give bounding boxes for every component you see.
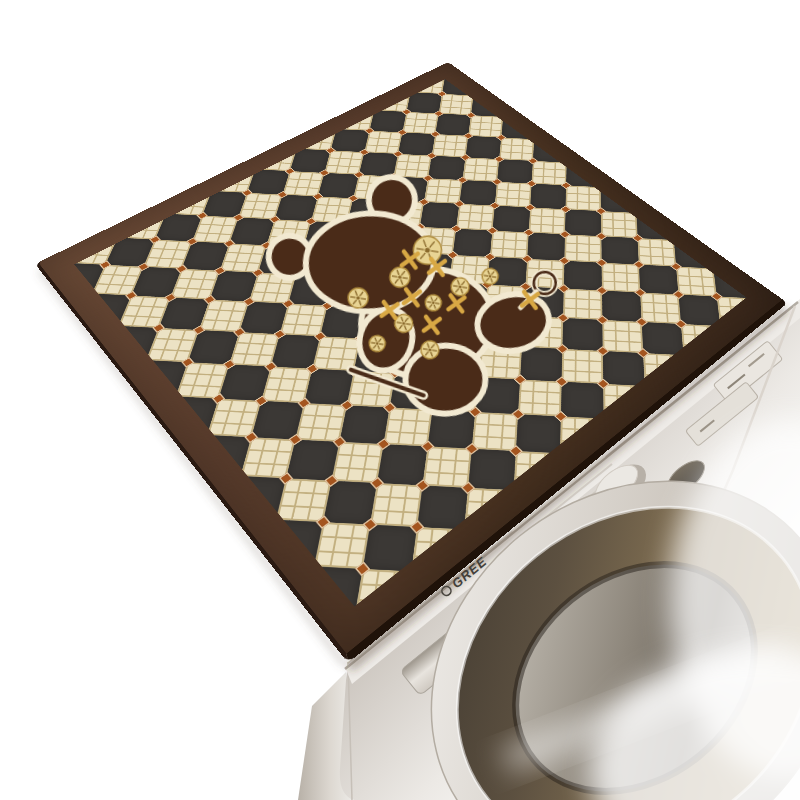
gold-medallion [481,267,499,285]
board-cell-cream [560,417,604,456]
board-cell-cream [411,527,464,574]
board-cell-dark [602,351,644,386]
board-cell-cream [601,263,640,293]
tile-corner-dot [597,413,610,424]
bear-foot [405,345,486,414]
board-cell-cream [602,320,643,353]
board-cell-cream [370,483,422,527]
tile-corner-dot [677,350,690,360]
board-cell-cream [422,447,471,488]
board-cell-cream [640,293,681,324]
teddy-bear-graphic [230,127,590,454]
board-cell-dark [304,567,362,607]
board-cell-cream [643,353,686,388]
tile-corner-dot [85,289,97,298]
board-cell-dark [639,265,679,295]
board-cell-cream [681,324,724,357]
tile-corner-dot [638,381,651,392]
board-cell-dark [377,444,428,485]
tile-corner-dot [139,355,152,365]
board-cell-cream [716,297,746,329]
tile-corner-dot [403,565,418,579]
board-cell-dark [560,382,603,419]
board-cell-cream [603,384,646,421]
board-cell-dark [601,236,639,264]
board-cell-dark [562,318,602,351]
tile-corner-dot [714,322,726,332]
board-cell-dark [636,213,674,240]
tile-corner-dot [200,429,214,441]
board-cell-dark [533,139,567,162]
tile-corner-dot [506,484,520,497]
tile-corner-dot [111,321,124,331]
board-cell-dark [501,117,535,139]
board-cell-dark [468,449,516,490]
board-cell-cream [561,349,603,384]
tile-corner-dot [553,448,567,460]
board-cell-dark [435,114,471,136]
tile-corner-dot [456,523,471,537]
board-cell-dark [471,96,505,117]
board-cell-cream [601,211,638,238]
board-cell-dark [417,486,468,530]
board-cell-cream [637,238,676,266]
board-cell-dark [602,291,642,322]
board-cell-dark [600,187,636,213]
tile-corner-dot [169,391,182,402]
board-cell-dark [465,136,501,159]
board-cell-dark [362,525,416,572]
board-cell-cream [468,115,503,137]
product-photo-stage: GREE [0,0,800,800]
board-cell-cream [464,488,513,532]
board-cell-dark [265,520,323,567]
board-cell-cream [438,94,473,115]
board-cell-cream [513,451,559,493]
board-cell-dark [229,476,286,520]
board-cell-dark [641,322,683,355]
board-cell-cream [499,138,534,161]
